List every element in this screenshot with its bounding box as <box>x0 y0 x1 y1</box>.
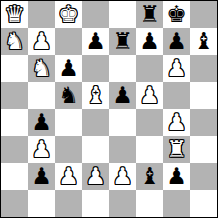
square-h7[interactable]: ♝ <box>190 28 217 55</box>
square-d5[interactable]: ♝ <box>82 82 109 109</box>
square-d7[interactable]: ♟ <box>82 28 109 55</box>
square-g8[interactable]: ♚ <box>163 1 190 28</box>
square-a2[interactable] <box>1 163 28 190</box>
square-d4[interactable] <box>82 109 109 136</box>
square-h2[interactable] <box>190 163 217 190</box>
black-king[interactable]: ♚ <box>166 1 187 28</box>
white-pawn[interactable]: ♟ <box>31 136 52 163</box>
white-pawn[interactable]: ♟ <box>139 82 160 109</box>
black-pawn[interactable]: ♟ <box>85 28 106 55</box>
square-c1[interactable] <box>55 190 82 217</box>
white-pawn[interactable]: ♟ <box>112 163 133 190</box>
square-b5[interactable] <box>28 82 55 109</box>
square-b8[interactable] <box>28 1 55 28</box>
square-f2[interactable]: ♝ <box>136 163 163 190</box>
square-f1[interactable] <box>136 190 163 217</box>
square-f4[interactable] <box>136 109 163 136</box>
square-g1[interactable] <box>163 190 190 217</box>
white-knight[interactable]: ♞ <box>31 55 52 82</box>
square-f8[interactable]: ♜ <box>136 1 163 28</box>
square-b4[interactable]: ♟ <box>28 109 55 136</box>
square-b6[interactable]: ♞ <box>28 55 55 82</box>
square-d8[interactable] <box>82 1 109 28</box>
square-b2[interactable]: ♟ <box>28 163 55 190</box>
black-bishop[interactable]: ♝ <box>193 28 214 55</box>
black-pawn[interactable]: ♟ <box>139 28 160 55</box>
square-a8[interactable]: ♛ <box>1 1 28 28</box>
square-e8[interactable] <box>109 1 136 28</box>
white-pawn[interactable]: ♟ <box>85 163 106 190</box>
square-g7[interactable]: ♟ <box>163 28 190 55</box>
square-e7[interactable]: ♜ <box>109 28 136 55</box>
square-e3[interactable] <box>109 136 136 163</box>
white-pawn[interactable]: ♟ <box>58 163 79 190</box>
square-c2[interactable]: ♟ <box>55 163 82 190</box>
white-knight[interactable]: ♞ <box>4 28 25 55</box>
square-a4[interactable] <box>1 109 28 136</box>
square-e4[interactable] <box>109 109 136 136</box>
square-h5[interactable] <box>190 82 217 109</box>
square-b3[interactable]: ♟ <box>28 136 55 163</box>
white-bishop[interactable]: ♝ <box>85 82 106 109</box>
square-h4[interactable] <box>190 109 217 136</box>
square-h1[interactable] <box>190 190 217 217</box>
square-g4[interactable]: ♟ <box>163 109 190 136</box>
square-d2[interactable]: ♟ <box>82 163 109 190</box>
square-f7[interactable]: ♟ <box>136 28 163 55</box>
square-d1[interactable] <box>82 190 109 217</box>
white-rook[interactable]: ♜ <box>166 136 187 163</box>
square-f3[interactable] <box>136 136 163 163</box>
black-pawn[interactable]: ♟ <box>31 163 52 190</box>
square-b1[interactable] <box>28 190 55 217</box>
square-a1[interactable] <box>1 190 28 217</box>
square-b7[interactable]: ♟ <box>28 28 55 55</box>
square-h6[interactable] <box>190 55 217 82</box>
black-pawn[interactable]: ♟ <box>166 163 187 190</box>
black-knight[interactable]: ♞ <box>58 82 79 109</box>
square-a6[interactable] <box>1 55 28 82</box>
chess-board: ♛♚♜♚♞♟♟♜♟♟♝♞♟♟♞♝♟♟♟♟♟♜♟♟♟♟♝♟ <box>0 0 218 218</box>
square-g6[interactable]: ♟ <box>163 55 190 82</box>
square-c3[interactable] <box>55 136 82 163</box>
black-pawn[interactable]: ♟ <box>31 109 52 136</box>
square-g5[interactable] <box>163 82 190 109</box>
square-c6[interactable]: ♟ <box>55 55 82 82</box>
white-pawn[interactable]: ♟ <box>166 55 187 82</box>
square-e2[interactable]: ♟ <box>109 163 136 190</box>
black-rook[interactable]: ♜ <box>112 28 133 55</box>
square-e1[interactable] <box>109 190 136 217</box>
square-g2[interactable]: ♟ <box>163 163 190 190</box>
black-bishop[interactable]: ♝ <box>139 163 160 190</box>
square-h3[interactable] <box>190 136 217 163</box>
square-h8[interactable] <box>190 1 217 28</box>
square-e6[interactable] <box>109 55 136 82</box>
black-rook[interactable]: ♜ <box>139 1 160 28</box>
black-pawn[interactable]: ♟ <box>58 55 79 82</box>
white-king[interactable]: ♚ <box>58 1 79 28</box>
square-c4[interactable] <box>55 109 82 136</box>
square-d6[interactable] <box>82 55 109 82</box>
square-e5[interactable]: ♟ <box>109 82 136 109</box>
square-f5[interactable]: ♟ <box>136 82 163 109</box>
square-d3[interactable] <box>82 136 109 163</box>
square-g3[interactable]: ♜ <box>163 136 190 163</box>
white-pawn[interactable]: ♟ <box>166 109 187 136</box>
square-c5[interactable]: ♞ <box>55 82 82 109</box>
black-pawn[interactable]: ♟ <box>166 28 187 55</box>
white-queen[interactable]: ♛ <box>4 1 25 28</box>
square-c8[interactable]: ♚ <box>55 1 82 28</box>
square-a3[interactable] <box>1 136 28 163</box>
square-f6[interactable] <box>136 55 163 82</box>
white-pawn[interactable]: ♟ <box>31 28 52 55</box>
square-c7[interactable] <box>55 28 82 55</box>
square-a7[interactable]: ♞ <box>1 28 28 55</box>
black-pawn[interactable]: ♟ <box>112 82 133 109</box>
square-a5[interactable] <box>1 82 28 109</box>
